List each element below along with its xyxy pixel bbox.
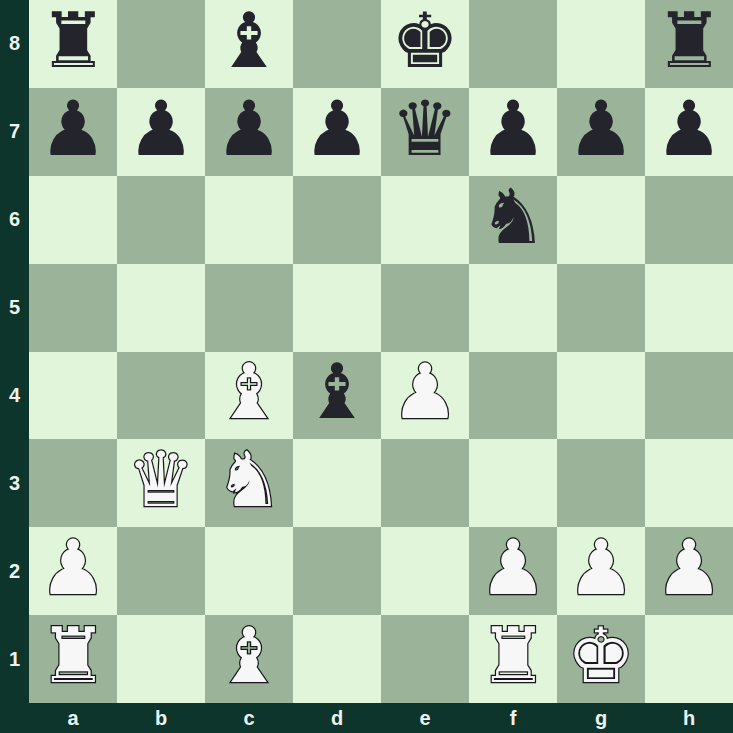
square-e5[interactable] xyxy=(381,264,469,352)
black-queen[interactable]: ♛ xyxy=(391,91,459,167)
white-pawn[interactable]: ♟ xyxy=(391,354,459,430)
square-f6[interactable]: ♞ xyxy=(469,176,557,264)
square-c3[interactable]: ♞ xyxy=(205,439,293,527)
black-pawn[interactable]: ♟ xyxy=(127,91,195,167)
square-b1[interactable] xyxy=(117,615,205,703)
file-labels: abcdefgh xyxy=(29,703,733,733)
white-pawn[interactable]: ♟ xyxy=(655,530,723,606)
square-b7[interactable]: ♟ xyxy=(117,88,205,176)
rank-label-7: 7 xyxy=(0,88,29,176)
square-e4[interactable]: ♟ xyxy=(381,352,469,440)
square-g4[interactable] xyxy=(557,352,645,440)
file-label-g: g xyxy=(557,703,645,733)
square-c5[interactable] xyxy=(205,264,293,352)
square-c1[interactable]: ♝ xyxy=(205,615,293,703)
black-knight[interactable]: ♞ xyxy=(479,179,547,255)
file-label-f: f xyxy=(469,703,557,733)
rank-label-1: 1 xyxy=(0,615,29,703)
rank-label-4: 4 xyxy=(0,352,29,440)
square-b5[interactable] xyxy=(117,264,205,352)
square-h4[interactable] xyxy=(645,352,733,440)
square-a3[interactable] xyxy=(29,439,117,527)
square-a4[interactable] xyxy=(29,352,117,440)
file-label-h: h xyxy=(645,703,733,733)
square-c4[interactable]: ♝ xyxy=(205,352,293,440)
square-f2[interactable]: ♟ xyxy=(469,527,557,615)
white-bishop[interactable]: ♝ xyxy=(215,354,283,430)
square-a7[interactable]: ♟ xyxy=(29,88,117,176)
chess-board-frame: 87654321 ♜♝♚♜♟♟♟♟♛♟♟♟♞♝♝♟♛♞♟♟♟♟♜♝♜♚ abcd… xyxy=(0,0,733,733)
square-d2[interactable] xyxy=(293,527,381,615)
white-rook[interactable]: ♜ xyxy=(39,618,107,694)
square-e7[interactable]: ♛ xyxy=(381,88,469,176)
file-label-a: a xyxy=(29,703,117,733)
square-g2[interactable]: ♟ xyxy=(557,527,645,615)
square-d7[interactable]: ♟ xyxy=(293,88,381,176)
square-h7[interactable]: ♟ xyxy=(645,88,733,176)
square-f5[interactable] xyxy=(469,264,557,352)
rank-label-6: 6 xyxy=(0,176,29,264)
square-e3[interactable] xyxy=(381,439,469,527)
square-e2[interactable] xyxy=(381,527,469,615)
rank-label-3: 3 xyxy=(0,439,29,527)
black-king[interactable]: ♚ xyxy=(391,3,459,79)
square-g8[interactable] xyxy=(557,0,645,88)
square-a8[interactable]: ♜ xyxy=(29,0,117,88)
square-h5[interactable] xyxy=(645,264,733,352)
square-b6[interactable] xyxy=(117,176,205,264)
square-e8[interactable]: ♚ xyxy=(381,0,469,88)
square-d3[interactable] xyxy=(293,439,381,527)
rank-labels: 87654321 xyxy=(0,0,29,703)
square-f1[interactable]: ♜ xyxy=(469,615,557,703)
square-b2[interactable] xyxy=(117,527,205,615)
black-pawn[interactable]: ♟ xyxy=(567,91,635,167)
square-c7[interactable]: ♟ xyxy=(205,88,293,176)
black-pawn[interactable]: ♟ xyxy=(303,91,371,167)
square-f3[interactable] xyxy=(469,439,557,527)
square-g3[interactable] xyxy=(557,439,645,527)
white-pawn[interactable]: ♟ xyxy=(567,530,635,606)
square-d5[interactable] xyxy=(293,264,381,352)
square-a1[interactable]: ♜ xyxy=(29,615,117,703)
square-f4[interactable] xyxy=(469,352,557,440)
square-b3[interactable]: ♛ xyxy=(117,439,205,527)
white-rook[interactable]: ♜ xyxy=(479,618,547,694)
square-e1[interactable] xyxy=(381,615,469,703)
square-c8[interactable]: ♝ xyxy=(205,0,293,88)
square-f7[interactable]: ♟ xyxy=(469,88,557,176)
square-a6[interactable] xyxy=(29,176,117,264)
square-d1[interactable] xyxy=(293,615,381,703)
rank-label-2: 2 xyxy=(0,527,29,615)
square-g5[interactable] xyxy=(557,264,645,352)
square-a2[interactable]: ♟ xyxy=(29,527,117,615)
white-pawn[interactable]: ♟ xyxy=(39,530,107,606)
black-pawn[interactable]: ♟ xyxy=(215,91,283,167)
square-c6[interactable] xyxy=(205,176,293,264)
square-h3[interactable] xyxy=(645,439,733,527)
square-g6[interactable] xyxy=(557,176,645,264)
square-g7[interactable]: ♟ xyxy=(557,88,645,176)
square-d8[interactable] xyxy=(293,0,381,88)
square-g1[interactable]: ♚ xyxy=(557,615,645,703)
square-e6[interactable] xyxy=(381,176,469,264)
square-b4[interactable] xyxy=(117,352,205,440)
white-pawn[interactable]: ♟ xyxy=(479,530,547,606)
square-f8[interactable] xyxy=(469,0,557,88)
file-label-c: c xyxy=(205,703,293,733)
file-label-d: d xyxy=(293,703,381,733)
square-d4[interactable]: ♝ xyxy=(293,352,381,440)
rank-label-8: 8 xyxy=(0,0,29,88)
white-bishop[interactable]: ♝ xyxy=(215,618,283,694)
white-king[interactable]: ♚ xyxy=(567,618,635,694)
black-pawn[interactable]: ♟ xyxy=(39,91,107,167)
square-b8[interactable] xyxy=(117,0,205,88)
black-rook[interactable]: ♜ xyxy=(39,3,107,79)
black-rook[interactable]: ♜ xyxy=(655,3,723,79)
rank-label-5: 5 xyxy=(0,264,29,352)
square-c2[interactable] xyxy=(205,527,293,615)
black-pawn[interactable]: ♟ xyxy=(655,91,723,167)
black-pawn[interactable]: ♟ xyxy=(479,91,547,167)
square-a5[interactable] xyxy=(29,264,117,352)
black-bishop[interactable]: ♝ xyxy=(303,354,371,430)
square-h2[interactable]: ♟ xyxy=(645,527,733,615)
square-d6[interactable] xyxy=(293,176,381,264)
white-queen[interactable]: ♛ xyxy=(127,442,195,518)
square-h8[interactable]: ♜ xyxy=(645,0,733,88)
black-bishop[interactable]: ♝ xyxy=(215,3,283,79)
board: ♜♝♚♜♟♟♟♟♛♟♟♟♞♝♝♟♛♞♟♟♟♟♜♝♜♚ xyxy=(29,0,733,703)
white-knight[interactable]: ♞ xyxy=(215,442,283,518)
file-label-e: e xyxy=(381,703,469,733)
square-h1[interactable] xyxy=(645,615,733,703)
file-label-b: b xyxy=(117,703,205,733)
square-h6[interactable] xyxy=(645,176,733,264)
